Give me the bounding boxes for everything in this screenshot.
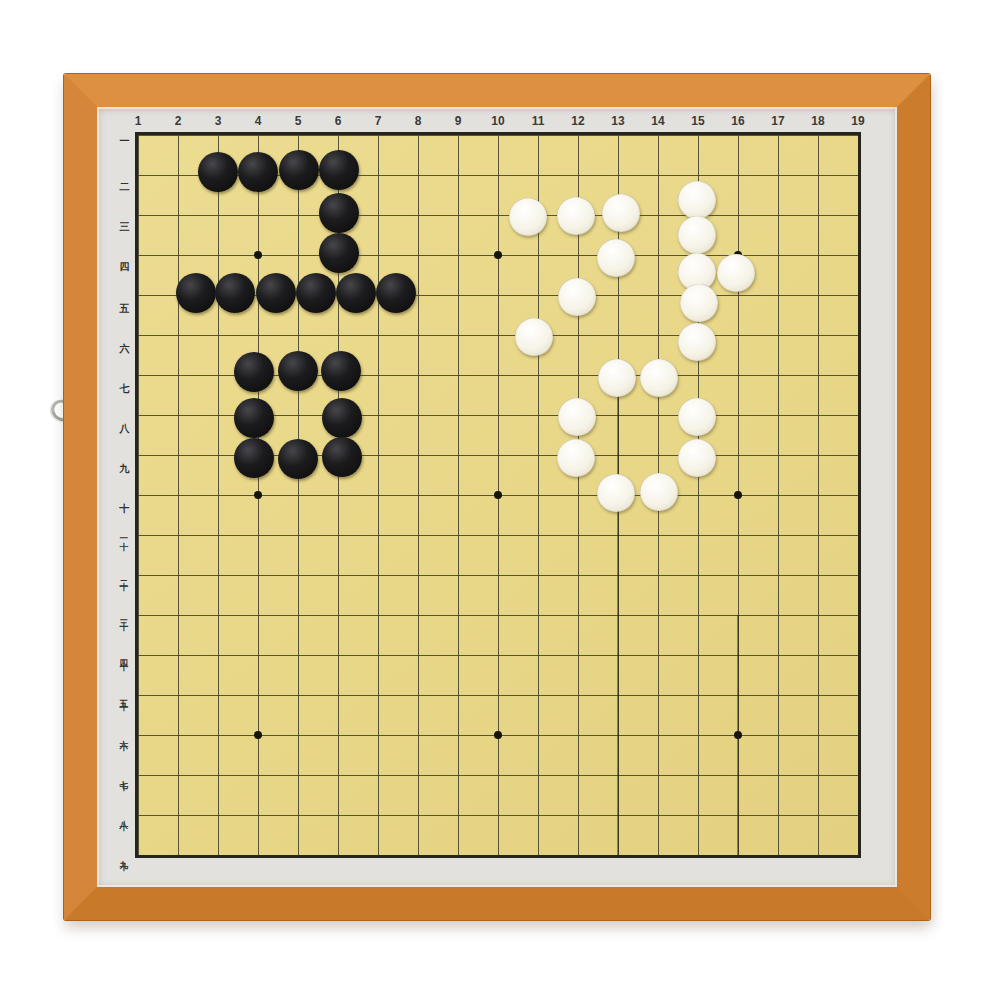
column-label-15: 15 xyxy=(686,113,710,129)
column-label-8: 8 xyxy=(406,113,430,129)
go-board xyxy=(135,132,861,858)
black-stone xyxy=(319,233,359,273)
white-stone xyxy=(678,216,716,254)
black-stone xyxy=(321,351,361,391)
star-point-10-16 xyxy=(494,731,502,739)
row-label-15: 十五 xyxy=(116,680,132,710)
column-label-4: 4 xyxy=(246,113,270,129)
black-stone xyxy=(376,273,416,313)
row-label-17: 十七 xyxy=(116,760,132,790)
black-stone xyxy=(278,351,318,391)
black-stone xyxy=(234,352,274,392)
white-stone xyxy=(557,439,595,477)
row-label-6: 六 xyxy=(116,320,132,350)
column-label-12: 12 xyxy=(566,113,590,129)
black-stone xyxy=(238,152,278,192)
row-label-1: 一 xyxy=(116,120,132,150)
column-label-2: 2 xyxy=(166,113,190,129)
row-label-13: 十三 xyxy=(116,600,132,630)
star-point-4-10 xyxy=(254,491,262,499)
black-stone xyxy=(198,152,238,192)
column-label-3: 3 xyxy=(206,113,230,129)
white-stone xyxy=(558,398,596,436)
white-stone xyxy=(597,474,635,512)
row-label-11: 十一 xyxy=(116,520,132,550)
column-label-5: 5 xyxy=(286,113,310,129)
column-label-17: 17 xyxy=(766,113,790,129)
row-label-2: 二 xyxy=(116,160,132,190)
column-label-7: 7 xyxy=(366,113,390,129)
column-label-14: 14 xyxy=(646,113,670,129)
white-stone xyxy=(557,197,595,235)
row-label-4: 四 xyxy=(116,240,132,270)
black-stone xyxy=(234,438,274,478)
wooden-frame: 12345678910111213141516171819 一二三四五六七八九十… xyxy=(64,74,930,920)
board-mat: 12345678910111213141516171819 一二三四五六七八九十… xyxy=(97,107,897,887)
white-stone xyxy=(640,359,678,397)
row-label-5: 五 xyxy=(116,280,132,310)
white-stone xyxy=(597,239,635,277)
column-label-13: 13 xyxy=(606,113,630,129)
star-point-16-10 xyxy=(734,491,742,499)
column-label-11: 11 xyxy=(526,113,550,129)
black-stone xyxy=(319,150,359,190)
column-label-18: 18 xyxy=(806,113,830,129)
star-point-4-16 xyxy=(254,731,262,739)
white-stone xyxy=(717,254,755,292)
black-stone xyxy=(322,398,362,438)
black-stone xyxy=(319,193,359,233)
column-label-6: 6 xyxy=(326,113,350,129)
white-stone xyxy=(515,318,553,356)
row-label-9: 九 xyxy=(116,440,132,470)
black-stone xyxy=(278,439,318,479)
white-stone xyxy=(602,194,640,232)
column-label-9: 9 xyxy=(446,113,470,129)
star-point-10-4 xyxy=(494,251,502,259)
black-stone xyxy=(176,273,216,313)
row-label-18: 十八 xyxy=(116,800,132,830)
row-label-3: 三 xyxy=(116,200,132,230)
black-stone xyxy=(322,437,362,477)
white-stone xyxy=(509,198,547,236)
white-stone xyxy=(598,359,636,397)
column-label-16: 16 xyxy=(726,113,750,129)
white-stone xyxy=(678,439,716,477)
black-stone xyxy=(336,273,376,313)
white-stone xyxy=(680,284,718,322)
black-stone xyxy=(215,273,255,313)
black-stone xyxy=(279,150,319,190)
dark-line-col-13 xyxy=(617,375,619,855)
black-stone xyxy=(256,273,296,313)
dark-line-col-16 xyxy=(737,615,739,855)
white-stone xyxy=(678,398,716,436)
black-stone xyxy=(234,398,274,438)
white-stone xyxy=(558,278,596,316)
black-stone xyxy=(296,273,336,313)
white-stone xyxy=(678,181,716,219)
star-point-10-10 xyxy=(494,491,502,499)
row-label-14: 十四 xyxy=(116,640,132,670)
row-label-10: 十 xyxy=(116,480,132,510)
product-photo: 12345678910111213141516171819 一二三四五六七八九十… xyxy=(0,0,1000,1000)
row-label-16: 十六 xyxy=(116,720,132,750)
column-label-10: 10 xyxy=(486,113,510,129)
column-label-19: 19 xyxy=(846,113,870,129)
row-label-7: 七 xyxy=(116,360,132,390)
row-label-12: 十二 xyxy=(116,560,132,590)
row-label-8: 八 xyxy=(116,400,132,430)
star-point-4-4 xyxy=(254,251,262,259)
row-label-19: 十九 xyxy=(116,840,132,870)
